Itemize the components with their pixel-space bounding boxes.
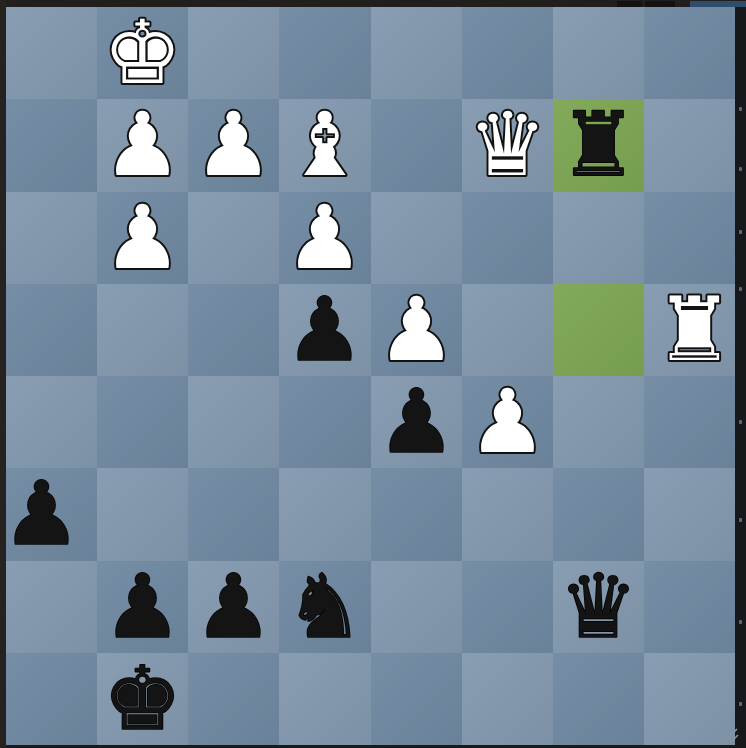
svg-text:♛: ♛: [559, 561, 638, 653]
browser-tab-segment[interactable]: [617, 1, 642, 7]
black-pawn[interactable]: ♟: [97, 561, 188, 653]
scrollbar-mark: [739, 518, 742, 522]
chess-app-window: ♚♟♟♝♛♜♟♟♟♟♜♟♟♟♟♟♞♛♚: [0, 0, 746, 748]
svg-text:♟: ♟: [103, 99, 182, 191]
square-a5[interactable]: [644, 376, 735, 468]
square-h7[interactable]: [6, 561, 97, 653]
white-queen[interactable]: ♛: [462, 99, 553, 191]
svg-text:♟: ♟: [103, 192, 182, 284]
svg-text:♟: ♟: [377, 284, 456, 376]
square-f4[interactable]: [188, 284, 279, 376]
svg-text:♜: ♜: [559, 99, 638, 191]
square-a7[interactable]: [644, 561, 735, 653]
square-f6[interactable]: [188, 468, 279, 560]
square-h3[interactable]: [6, 192, 97, 284]
white-pawn[interactable]: ♟: [462, 376, 553, 468]
white-rook[interactable]: ♜: [644, 284, 735, 376]
square-a1[interactable]: [644, 7, 735, 99]
svg-text:♟: ♟: [6, 468, 81, 560]
resize-handle-icon[interactable]: [720, 725, 740, 745]
square-g1[interactable]: ♚: [97, 7, 188, 99]
square-f1[interactable]: [188, 7, 279, 99]
square-c2[interactable]: ♛: [462, 99, 553, 191]
svg-text:♟: ♟: [194, 99, 273, 191]
white-pawn[interactable]: ♟: [97, 99, 188, 191]
square-g7[interactable]: ♟: [97, 561, 188, 653]
chess-board: ♚♟♟♝♛♜♟♟♟♟♜♟♟♟♟♟♞♛♚: [6, 7, 735, 745]
square-d2[interactable]: [371, 99, 462, 191]
svg-text:♟: ♟: [194, 561, 273, 653]
window-left-edge: [0, 0, 6, 748]
scrollbar-mark: [739, 107, 742, 111]
scrollbar-mark: [739, 702, 742, 706]
square-f7[interactable]: ♟: [188, 561, 279, 653]
square-b5[interactable]: [553, 376, 644, 468]
black-knight[interactable]: ♞: [279, 561, 370, 653]
square-e6[interactable]: [279, 468, 370, 560]
square-c5[interactable]: ♟: [462, 376, 553, 468]
white-king[interactable]: ♚: [97, 7, 188, 99]
square-g6[interactable]: [97, 468, 188, 560]
scrollbar-mark: [739, 620, 742, 624]
square-b2[interactable]: ♜: [553, 99, 644, 191]
square-d4[interactable]: ♟: [371, 284, 462, 376]
square-b8[interactable]: [553, 653, 644, 745]
square-h1[interactable]: [6, 7, 97, 99]
black-pawn[interactable]: ♟: [371, 376, 462, 468]
browser-tab-segment[interactable]: [645, 1, 675, 7]
window-right-edge-scrollbar[interactable]: [735, 7, 746, 748]
black-king[interactable]: ♚: [97, 653, 188, 745]
square-e2[interactable]: ♝: [279, 99, 370, 191]
square-g5[interactable]: [97, 376, 188, 468]
scrollbar-mark: [739, 230, 742, 234]
browser-tab-strip: [0, 0, 746, 7]
square-e8[interactable]: [279, 653, 370, 745]
scrollbar-mark: [739, 167, 742, 171]
svg-text:♛: ♛: [468, 99, 547, 191]
square-f8[interactable]: [188, 653, 279, 745]
square-e5[interactable]: [279, 376, 370, 468]
square-f2[interactable]: ♟: [188, 99, 279, 191]
square-g3[interactable]: ♟: [97, 192, 188, 284]
black-pawn[interactable]: ♟: [188, 561, 279, 653]
square-h5[interactable]: [6, 376, 97, 468]
square-g2[interactable]: ♟: [97, 99, 188, 191]
scrollbar-mark: [739, 420, 742, 424]
svg-text:♟: ♟: [468, 376, 547, 468]
white-pawn[interactable]: ♟: [279, 192, 370, 284]
square-a6[interactable]: [644, 468, 735, 560]
svg-text:♝: ♝: [285, 99, 364, 191]
square-e1[interactable]: [279, 7, 370, 99]
square-b1[interactable]: [553, 7, 644, 99]
square-d3[interactable]: [371, 192, 462, 284]
white-bishop[interactable]: ♝: [279, 99, 370, 191]
square-d1[interactable]: [371, 7, 462, 99]
white-pawn[interactable]: ♟: [97, 192, 188, 284]
square-a3[interactable]: [644, 192, 735, 284]
square-b6[interactable]: [553, 468, 644, 560]
square-d8[interactable]: [371, 653, 462, 745]
white-pawn[interactable]: ♟: [188, 99, 279, 191]
square-d6[interactable]: [371, 468, 462, 560]
svg-text:♟: ♟: [377, 376, 456, 468]
svg-text:♟: ♟: [285, 284, 364, 376]
square-c7[interactable]: [462, 561, 553, 653]
svg-text:♚: ♚: [103, 653, 182, 745]
square-d7[interactable]: [371, 561, 462, 653]
square-h8[interactable]: [6, 653, 97, 745]
square-e4[interactable]: ♟: [279, 284, 370, 376]
square-h4[interactable]: [6, 284, 97, 376]
white-pawn[interactable]: ♟: [371, 284, 462, 376]
square-b7[interactable]: ♛: [553, 561, 644, 653]
square-f3[interactable]: [188, 192, 279, 284]
square-g4[interactable]: [97, 284, 188, 376]
black-queen[interactable]: ♛: [553, 561, 644, 653]
svg-text:♟: ♟: [103, 561, 182, 653]
square-c3[interactable]: [462, 192, 553, 284]
square-f5[interactable]: [188, 376, 279, 468]
square-h2[interactable]: [6, 99, 97, 191]
square-e7[interactable]: ♞: [279, 561, 370, 653]
svg-text:♜: ♜: [655, 284, 734, 376]
black-rook[interactable]: ♜: [553, 99, 644, 191]
black-pawn[interactable]: ♟: [279, 284, 370, 376]
square-c8[interactable]: [462, 653, 553, 745]
svg-text:♟: ♟: [285, 192, 364, 284]
square-c4[interactable]: [462, 284, 553, 376]
square-b3[interactable]: [553, 192, 644, 284]
square-c1[interactable]: [462, 7, 553, 99]
square-d5[interactable]: ♟: [371, 376, 462, 468]
square-a4[interactable]: ♜: [644, 284, 735, 376]
svg-text:♚: ♚: [103, 7, 182, 99]
square-e3[interactable]: ♟: [279, 192, 370, 284]
black-pawn[interactable]: ♟: [6, 468, 97, 560]
square-c6[interactable]: [462, 468, 553, 560]
scrollbar-mark: [739, 287, 742, 291]
square-g8[interactable]: ♚: [97, 653, 188, 745]
square-h6[interactable]: ♟: [6, 468, 97, 560]
square-a2[interactable]: [644, 99, 735, 191]
square-b4[interactable]: [553, 284, 644, 376]
svg-text:♞: ♞: [285, 561, 364, 653]
